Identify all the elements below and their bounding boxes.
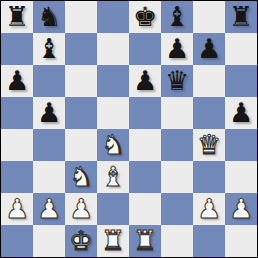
- square-f3[interactable]: [161, 161, 193, 193]
- piece-white-rook[interactable]: ♜: [133, 225, 157, 257]
- square-g6[interactable]: [193, 65, 225, 97]
- square-d6[interactable]: [97, 65, 129, 97]
- square-g4[interactable]: ♛: [193, 129, 225, 161]
- square-b4[interactable]: [33, 129, 65, 161]
- square-h3[interactable]: [225, 161, 257, 193]
- square-a7[interactable]: [1, 33, 33, 65]
- square-h7[interactable]: [225, 33, 257, 65]
- piece-white-pawn[interactable]: ♟: [69, 193, 93, 225]
- square-f5[interactable]: [161, 97, 193, 129]
- square-c3[interactable]: ♞: [65, 161, 97, 193]
- square-b3[interactable]: [33, 161, 65, 193]
- square-g7[interactable]: ♟: [193, 33, 225, 65]
- square-e6[interactable]: ♟: [129, 65, 161, 97]
- square-e1[interactable]: ♜: [129, 225, 161, 257]
- square-g5[interactable]: [193, 97, 225, 129]
- square-h6[interactable]: [225, 65, 257, 97]
- piece-white-pawn[interactable]: ♟: [37, 193, 61, 225]
- piece-black-pawn[interactable]: ♟: [133, 65, 157, 97]
- square-e3[interactable]: [129, 161, 161, 193]
- piece-black-bishop[interactable]: ♝: [37, 33, 61, 65]
- square-g3[interactable]: [193, 161, 225, 193]
- piece-black-rook[interactable]: ♜: [5, 1, 29, 33]
- square-f7[interactable]: ♟: [161, 33, 193, 65]
- square-h2[interactable]: ♟: [225, 193, 257, 225]
- square-a6[interactable]: ♟: [1, 65, 33, 97]
- piece-white-pawn[interactable]: ♟: [197, 193, 221, 225]
- square-c7[interactable]: [65, 33, 97, 65]
- square-c5[interactable]: [65, 97, 97, 129]
- square-d5[interactable]: [97, 97, 129, 129]
- piece-black-knight[interactable]: ♞: [37, 1, 61, 33]
- square-f4[interactable]: [161, 129, 193, 161]
- square-d7[interactable]: [97, 33, 129, 65]
- piece-black-king[interactable]: ♚: [133, 1, 157, 33]
- piece-black-rook[interactable]: ♜: [229, 1, 253, 33]
- square-f1[interactable]: [161, 225, 193, 257]
- square-g8[interactable]: [193, 1, 225, 33]
- square-c2[interactable]: ♟: [65, 193, 97, 225]
- piece-white-rook[interactable]: ♜: [101, 225, 125, 257]
- square-b6[interactable]: [33, 65, 65, 97]
- square-c4[interactable]: [65, 129, 97, 161]
- square-d8[interactable]: [97, 1, 129, 33]
- square-f2[interactable]: [161, 193, 193, 225]
- piece-black-bishop[interactable]: ♝: [165, 1, 189, 33]
- piece-white-queen[interactable]: ♛: [197, 129, 221, 161]
- piece-black-pawn[interactable]: ♟: [229, 97, 253, 129]
- piece-white-knight[interactable]: ♞: [101, 129, 125, 161]
- square-a5[interactable]: [1, 97, 33, 129]
- square-c1[interactable]: ♚: [65, 225, 97, 257]
- square-e5[interactable]: [129, 97, 161, 129]
- square-b1[interactable]: [33, 225, 65, 257]
- piece-black-pawn[interactable]: ♟: [5, 65, 29, 97]
- piece-black-pawn[interactable]: ♟: [165, 33, 189, 65]
- square-d4[interactable]: ♞: [97, 129, 129, 161]
- piece-white-knight[interactable]: ♞: [69, 161, 93, 193]
- square-d3[interactable]: ♝: [97, 161, 129, 193]
- piece-white-pawn[interactable]: ♟: [5, 193, 29, 225]
- square-d2[interactable]: [97, 193, 129, 225]
- square-e4[interactable]: [129, 129, 161, 161]
- square-a8[interactable]: ♜: [1, 1, 33, 33]
- piece-white-pawn[interactable]: ♟: [229, 193, 253, 225]
- square-h4[interactable]: [225, 129, 257, 161]
- square-h5[interactable]: ♟: [225, 97, 257, 129]
- square-f8[interactable]: ♝: [161, 1, 193, 33]
- square-e7[interactable]: [129, 33, 161, 65]
- square-g1[interactable]: [193, 225, 225, 257]
- square-f6[interactable]: ♛: [161, 65, 193, 97]
- piece-white-king[interactable]: ♚: [69, 225, 93, 257]
- square-a4[interactable]: [1, 129, 33, 161]
- square-a3[interactable]: [1, 161, 33, 193]
- piece-black-queen[interactable]: ♛: [165, 65, 189, 97]
- square-e2[interactable]: [129, 193, 161, 225]
- square-c6[interactable]: [65, 65, 97, 97]
- piece-black-pawn[interactable]: ♟: [197, 33, 221, 65]
- chess-board: ♜♞♚♝♜♝♟♟♟♟♛♟♟♞♛♞♝♟♟♟♟♟♚♜♜: [0, 0, 258, 258]
- square-b8[interactable]: ♞: [33, 1, 65, 33]
- piece-black-pawn[interactable]: ♟: [37, 97, 61, 129]
- square-h8[interactable]: ♜: [225, 1, 257, 33]
- piece-white-bishop[interactable]: ♝: [101, 161, 125, 193]
- square-h1[interactable]: [225, 225, 257, 257]
- square-d1[interactable]: ♜: [97, 225, 129, 257]
- square-b5[interactable]: ♟: [33, 97, 65, 129]
- square-c8[interactable]: [65, 1, 97, 33]
- square-b2[interactable]: ♟: [33, 193, 65, 225]
- square-b7[interactable]: ♝: [33, 33, 65, 65]
- square-a2[interactable]: ♟: [1, 193, 33, 225]
- square-g2[interactable]: ♟: [193, 193, 225, 225]
- square-e8[interactable]: ♚: [129, 1, 161, 33]
- square-a1[interactable]: [1, 225, 33, 257]
